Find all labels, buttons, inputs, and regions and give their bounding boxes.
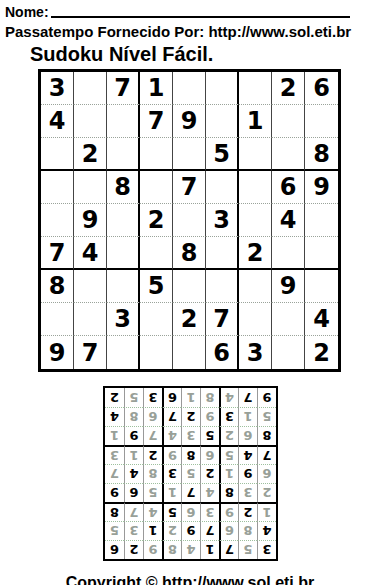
puzzle-cell-r9c7: 3	[239, 336, 272, 369]
solution-cell-r3c9: 8	[105, 502, 124, 521]
solution-cell-r9c4: 8	[200, 388, 219, 407]
solution-cell-r2c8: 3	[124, 521, 143, 540]
puzzle-cell-r2c5: 9	[173, 105, 206, 138]
solution-cell-r9c8: 5	[124, 388, 143, 407]
puzzle-cell-r8c3: 3	[107, 303, 140, 336]
solution-cell-r5c8: 4	[124, 464, 143, 483]
puzzle-cell-r5c2: 9	[74, 204, 107, 237]
solution-cell-r2c5: 9	[181, 521, 200, 540]
puzzle-cell-r8c5: 2	[173, 303, 206, 336]
puzzle-cell-r5c4: 2	[140, 204, 173, 237]
solution-cell-r4c9: 9	[105, 483, 124, 502]
solution-cell-r1c2: 5	[238, 540, 257, 559]
puzzle-cell-r7c3	[107, 270, 140, 303]
puzzle-cell-r4c6	[206, 171, 239, 204]
puzzle-cell-r4c1	[41, 171, 74, 204]
puzzle-cell-r7c9	[305, 270, 338, 303]
puzzle-cell-r3c9: 8	[305, 138, 338, 171]
solution-cell-r2c3: 6	[219, 521, 238, 540]
puzzle-cell-r3c8	[272, 138, 305, 171]
solution-cell-r9c5: 1	[181, 388, 200, 407]
puzzle-cell-r1c9: 6	[305, 72, 338, 105]
puzzle-cell-r1c2	[74, 72, 107, 105]
solution-area: 3571489264867921351293654782384715696912…	[103, 386, 278, 561]
solution-cell-r5c3: 1	[219, 464, 238, 483]
puzzle-cell-r8c4	[140, 303, 173, 336]
puzzle-cell-r2c6	[206, 105, 239, 138]
puzzle-cell-r9c3	[107, 336, 140, 369]
solution-cell-r2c2: 8	[238, 521, 257, 540]
puzzle-cell-r6c8	[272, 237, 305, 270]
solution-cell-r8c8: 8	[124, 407, 143, 426]
solution-cell-r1c1: 3	[257, 540, 276, 559]
puzzle-cell-r7c4: 5	[140, 270, 173, 303]
puzzle-cell-r7c1: 8	[41, 270, 74, 303]
solution-cell-r8c6: 7	[162, 407, 181, 426]
solution-cell-r2c9: 5	[105, 521, 124, 540]
solution-cell-r5c2: 9	[238, 464, 257, 483]
solution-cell-r9c2: 7	[238, 388, 257, 407]
solution-cell-r7c6: 4	[162, 426, 181, 445]
puzzle-cell-r1c4: 1	[140, 72, 173, 105]
puzzle-cell-r8c8	[272, 303, 305, 336]
solution-cell-r4c1: 2	[257, 483, 276, 502]
solution-cell-r4c3: 8	[219, 483, 238, 502]
solution-cell-r2c7: 1	[143, 521, 162, 540]
puzzle-cell-r9c8	[272, 336, 305, 369]
solution-cell-r4c6: 1	[162, 483, 181, 502]
solution-cell-r1c4: 1	[200, 540, 219, 559]
sudoku-worksheet-page: Nome: Passatempo Fornecido Por: http://w…	[0, 0, 380, 585]
page-title: Sudoku Nível Fácil.	[30, 43, 380, 66]
solution-cell-r7c1: 8	[257, 426, 276, 445]
solution-cell-r8c5: 2	[181, 407, 200, 426]
puzzle-cell-r6c2: 4	[74, 237, 107, 270]
puzzle-cell-r2c3	[107, 105, 140, 138]
solution-cell-r8c4: 9	[200, 407, 219, 426]
solution-cell-r4c7: 5	[143, 483, 162, 502]
solution-cell-r1c8: 2	[124, 540, 143, 559]
solution-cell-r2c6: 2	[162, 521, 181, 540]
puzzle-cell-r5c3	[107, 204, 140, 237]
solution-cell-r7c4: 5	[200, 426, 219, 445]
solution-cell-r8c2: 1	[238, 407, 257, 426]
puzzle-cell-r4c7	[239, 171, 272, 204]
solution-cell-r1c3: 7	[219, 540, 238, 559]
puzzle-cell-r8c1	[41, 303, 74, 336]
solution-cell-r7c7: 7	[143, 426, 162, 445]
puzzle-cell-r1c5	[173, 72, 206, 105]
puzzle-cell-r4c8: 6	[272, 171, 305, 204]
provider-line: Passatempo Fornecido Por: http://www.sol…	[5, 23, 380, 40]
solution-cell-r9c1: 9	[257, 388, 276, 407]
solution-cell-r8c7: 6	[143, 407, 162, 426]
solution-cell-r6c2: 4	[238, 445, 257, 464]
puzzle-cell-r5c6: 3	[206, 204, 239, 237]
copyright-text: Copyright © http://www.sol.eti.br	[0, 574, 380, 585]
solution-cell-r1c6: 8	[162, 540, 181, 559]
solution-cell-r6c6: 9	[162, 445, 181, 464]
puzzle-cell-r2c2	[74, 105, 107, 138]
solution-cell-r3c5: 6	[181, 502, 200, 521]
solution-cell-r6c7: 2	[143, 445, 162, 464]
puzzle-cell-r8c6: 7	[206, 303, 239, 336]
puzzle-cell-r8c7	[239, 303, 272, 336]
puzzle-cell-r9c1: 9	[41, 336, 74, 369]
puzzle-cell-r4c3: 8	[107, 171, 140, 204]
puzzle-cell-r3c3	[107, 138, 140, 171]
solution-cell-r3c6: 5	[162, 502, 181, 521]
puzzle-cell-r7c7	[239, 270, 272, 303]
page-header: Nome: Passatempo Fornecido Por: http://w…	[0, 0, 380, 66]
solution-cell-r9c6: 6	[162, 388, 181, 407]
puzzle-cell-r7c5	[173, 270, 206, 303]
solution-cell-r5c9: 7	[105, 464, 124, 483]
puzzle-cell-r9c9: 2	[305, 336, 338, 369]
solution-cell-r1c5: 4	[181, 540, 200, 559]
puzzle-cell-r8c2	[74, 303, 107, 336]
solution-cell-r4c8: 6	[124, 483, 143, 502]
puzzle-cell-r4c5: 7	[173, 171, 206, 204]
solution-cell-r5c7: 8	[143, 464, 162, 483]
puzzle-cell-r3c4	[140, 138, 173, 171]
solution-cell-r4c5: 7	[181, 483, 200, 502]
puzzle-cell-r4c9: 9	[305, 171, 338, 204]
solution-cell-r7c8: 9	[124, 426, 143, 445]
solution-cell-r3c7: 4	[143, 502, 162, 521]
puzzle-cell-r2c8	[272, 105, 305, 138]
solution-cell-r8c3: 3	[219, 407, 238, 426]
puzzle-cell-r6c6	[206, 237, 239, 270]
puzzle-cell-r8c9: 4	[305, 303, 338, 336]
puzzle-cell-r2c9	[305, 105, 338, 138]
puzzle-cell-r2c7: 1	[239, 105, 272, 138]
puzzle-cell-r7c8: 9	[272, 270, 305, 303]
solution-cell-r2c4: 7	[200, 521, 219, 540]
puzzle-cell-r3c5	[173, 138, 206, 171]
puzzle-cell-r1c3: 7	[107, 72, 140, 105]
puzzle-cell-r7c2	[74, 270, 107, 303]
puzzle-cell-r5c5	[173, 204, 206, 237]
solution-cell-r4c4: 4	[200, 483, 219, 502]
puzzle-cell-r9c2: 7	[74, 336, 107, 369]
name-row: Nome:	[5, 3, 380, 19]
puzzle-cell-r9c6: 6	[206, 336, 239, 369]
solution-cell-r2c1: 4	[257, 521, 276, 540]
solution-cell-r6c3: 5	[219, 445, 238, 464]
puzzle-cell-r5c9	[305, 204, 338, 237]
solution-cell-r3c2: 2	[238, 502, 257, 521]
solution-cell-r9c7: 3	[143, 388, 162, 407]
solution-cell-r5c5: 5	[181, 464, 200, 483]
puzzle-cell-r6c3	[107, 237, 140, 270]
puzzle-cell-r9c5	[173, 336, 206, 369]
puzzle-cell-r5c8: 4	[272, 204, 305, 237]
puzzle-cell-r3c6: 5	[206, 138, 239, 171]
solution-cell-r3c8: 7	[124, 502, 143, 521]
solution-cell-r7c5: 3	[181, 426, 200, 445]
puzzle-cell-r5c1	[41, 204, 74, 237]
sudoku-puzzle-grid: 371264791258876992347482859327497632	[38, 69, 341, 372]
solution-cell-r3c3: 9	[219, 502, 238, 521]
puzzle-cell-r4c2	[74, 171, 107, 204]
solution-cell-r6c5: 8	[181, 445, 200, 464]
solution-cell-r7c3: 2	[219, 426, 238, 445]
puzzle-cell-r9c4	[140, 336, 173, 369]
solution-cell-r5c6: 3	[162, 464, 181, 483]
solution-cell-r9c9: 2	[105, 388, 124, 407]
solution-cell-r8c1: 5	[257, 407, 276, 426]
puzzle-area: 371264791258876992347482859327497632	[38, 69, 380, 372]
sudoku-solution-grid-rotated: 3571489264867921351293654782384715696912…	[103, 386, 278, 561]
puzzle-cell-r1c7	[239, 72, 272, 105]
solution-cell-r9c3: 4	[219, 388, 238, 407]
puzzle-cell-r6c9	[305, 237, 338, 270]
solution-cell-r5c1: 6	[257, 464, 276, 483]
puzzle-cell-r2c1: 4	[41, 105, 74, 138]
name-label: Nome:	[5, 5, 49, 19]
puzzle-cell-r7c6	[206, 270, 239, 303]
puzzle-cell-r1c1: 3	[41, 72, 74, 105]
solution-cell-r1c7: 9	[143, 540, 162, 559]
puzzle-cell-r3c7	[239, 138, 272, 171]
solution-cell-r3c4: 3	[200, 502, 219, 521]
solution-cell-r4c2: 3	[238, 483, 257, 502]
solution-cell-r8c9: 4	[105, 407, 124, 426]
puzzle-cell-r3c2: 2	[74, 138, 107, 171]
puzzle-cell-r6c4	[140, 237, 173, 270]
solution-cell-r5c4: 2	[200, 464, 219, 483]
puzzle-cell-r4c4	[140, 171, 173, 204]
puzzle-cell-r3c1	[41, 138, 74, 171]
solution-cell-r6c4: 6	[200, 445, 219, 464]
solution-cell-r6c8: 1	[124, 445, 143, 464]
puzzle-cell-r2c4: 7	[140, 105, 173, 138]
solution-cell-r7c2: 6	[238, 426, 257, 445]
solution-cell-r3c1: 1	[257, 502, 276, 521]
solution-cell-r6c9: 3	[105, 445, 124, 464]
solution-cell-r1c9: 6	[105, 540, 124, 559]
name-blank-line	[51, 4, 350, 18]
puzzle-cell-r1c8: 2	[272, 72, 305, 105]
solution-cell-r6c1: 7	[257, 445, 276, 464]
puzzle-cell-r6c5: 8	[173, 237, 206, 270]
solution-cell-r7c9: 1	[105, 426, 124, 445]
puzzle-cell-r1c6	[206, 72, 239, 105]
puzzle-cell-r5c7	[239, 204, 272, 237]
puzzle-cell-r6c1: 7	[41, 237, 74, 270]
puzzle-cell-r6c7: 2	[239, 237, 272, 270]
